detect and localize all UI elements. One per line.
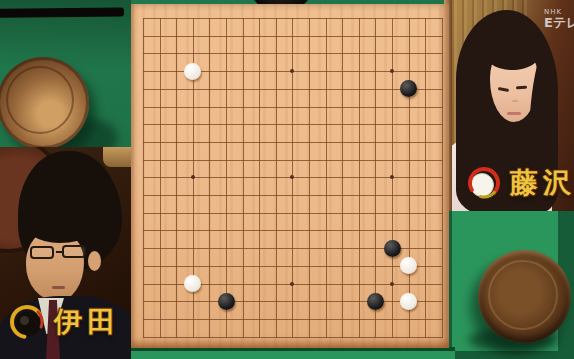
player-nameplate-right: 藤沢: [466, 164, 574, 202]
grid-line-vertical: [342, 18, 343, 338]
grid-line-vertical: [326, 18, 327, 338]
stone-black-P3: [367, 293, 384, 310]
black-stone-icon: [8, 303, 46, 341]
table-edge-bar: [0, 7, 124, 17]
grid-line-horizontal: [143, 301, 443, 302]
star-point-K16: [290, 69, 294, 73]
player-left-mouth: [52, 286, 65, 289]
star-point-Q4: [390, 282, 394, 286]
go-bowl-wood-right: [478, 250, 571, 343]
player-nameplate-left: 伊田: [8, 303, 120, 341]
player-left-ear: [88, 251, 101, 271]
glasses-right-lens: [62, 245, 86, 258]
glasses-bridge: [56, 251, 62, 253]
grid-line-horizontal: [143, 195, 443, 196]
inset-background-panel: [103, 147, 131, 167]
broadcast-frame: 伊田 藤沢 NHK Eテレ: [0, 0, 574, 359]
grid-line-horizontal: [143, 230, 443, 231]
grid-line-vertical: [359, 18, 360, 338]
star-point-D10: [191, 175, 195, 179]
bowl-lid-ring: [6, 66, 74, 134]
grid-line-horizontal: [143, 213, 443, 214]
stone-white-D16: [184, 63, 201, 80]
star-point-K4: [290, 282, 294, 286]
player-right-nose: [512, 100, 518, 102]
stone-white-D4: [184, 275, 201, 292]
go-board-grid: [131, 4, 449, 348]
stone-white-R5: [400, 257, 417, 274]
watermark-line2: Eテレ: [544, 16, 574, 30]
player-inset-left: 伊田: [0, 147, 131, 359]
bowl-rim-ring: [488, 260, 558, 330]
grid-line-vertical: [442, 18, 443, 338]
white-stone-icon: [466, 165, 502, 201]
felt-bottom-band: [125, 347, 455, 359]
star-point-K10: [290, 175, 294, 179]
star-point-Q16: [390, 69, 394, 73]
grid-line-horizontal: [143, 337, 443, 338]
grid-line-horizontal: [143, 266, 443, 267]
grid-line-vertical: [425, 18, 426, 338]
stone-black-Q6: [384, 240, 401, 257]
grid-line-vertical: [409, 18, 410, 338]
player-inset-right: 藤沢: [452, 0, 574, 211]
player-name-left: 伊田: [54, 303, 120, 341]
broadcaster-watermark: NHK Eテレ: [544, 9, 574, 30]
stone-black-F3: [218, 293, 235, 310]
glasses-left-lens: [30, 246, 54, 259]
grid-line-horizontal: [143, 319, 443, 320]
stone-white-R3: [400, 293, 417, 310]
grid-line-vertical: [375, 18, 376, 338]
stone-black-R15: [400, 80, 417, 97]
go-bowl-wood-left: [0, 57, 89, 149]
player-right-mouth: [507, 112, 521, 115]
star-point-Q10: [390, 175, 394, 179]
grid-line-vertical: [309, 18, 310, 338]
player-name-right: 藤沢: [510, 164, 574, 202]
